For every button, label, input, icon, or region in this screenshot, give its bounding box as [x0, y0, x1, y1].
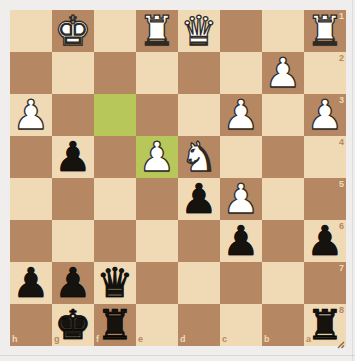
square-h7[interactable]: ♟ — [10, 262, 52, 304]
square-c8[interactable]: c — [220, 304, 262, 346]
file-label-c: c — [222, 335, 227, 344]
square-a2[interactable]: 2 — [304, 52, 346, 94]
square-f1[interactable] — [94, 10, 136, 52]
square-d6[interactable] — [178, 220, 220, 262]
square-f7[interactable]: ♛ — [94, 262, 136, 304]
piece-white-pawn[interactable]: ♟ — [220, 94, 262, 136]
square-c3[interactable]: ♟ — [220, 94, 262, 136]
file-label-b: b — [264, 335, 270, 344]
piece-white-pawn[interactable]: ♟ — [262, 52, 304, 94]
square-d7[interactable] — [178, 262, 220, 304]
square-f5[interactable] — [94, 178, 136, 220]
square-c4[interactable] — [220, 136, 262, 178]
rank-label-2: 2 — [339, 54, 344, 63]
piece-black-pawn[interactable]: ♟ — [52, 136, 94, 178]
rank-label-7: 7 — [339, 264, 344, 273]
square-b1[interactable] — [262, 10, 304, 52]
square-h4[interactable] — [10, 136, 52, 178]
page-background: ♚♜♛♜1♟2♟♟♟3♟♟♞4♟♟5♟♟6♟♟♛7h♚g♜fedcb♜8a — [0, 0, 355, 361]
square-d1[interactable]: ♛ — [178, 10, 220, 52]
square-a4[interactable]: 4 — [304, 136, 346, 178]
resize-handle-icon[interactable] — [335, 335, 345, 345]
square-a3[interactable]: ♟3 — [304, 94, 346, 136]
square-e3[interactable] — [136, 94, 178, 136]
square-g7[interactable]: ♟ — [52, 262, 94, 304]
rank-label-6: 6 — [339, 222, 344, 231]
file-label-f: f — [96, 335, 99, 344]
piece-black-pawn[interactable]: ♟ — [10, 262, 52, 304]
square-a5[interactable]: 5 — [304, 178, 346, 220]
square-e2[interactable] — [136, 52, 178, 94]
square-b3[interactable] — [262, 94, 304, 136]
piece-black-pawn[interactable]: ♟ — [220, 220, 262, 262]
square-h6[interactable] — [10, 220, 52, 262]
square-h3[interactable]: ♟ — [10, 94, 52, 136]
square-f8[interactable]: ♜f — [94, 304, 136, 346]
piece-white-king[interactable]: ♚ — [52, 10, 94, 52]
square-f6[interactable] — [94, 220, 136, 262]
rank-label-8: 8 — [339, 306, 344, 315]
square-c1[interactable] — [220, 10, 262, 52]
square-f4[interactable] — [94, 136, 136, 178]
square-b2[interactable]: ♟ — [262, 52, 304, 94]
square-c2[interactable] — [220, 52, 262, 94]
square-d8[interactable]: d — [178, 304, 220, 346]
piece-white-rook[interactable]: ♜ — [136, 10, 178, 52]
square-h2[interactable] — [10, 52, 52, 94]
square-b5[interactable] — [262, 178, 304, 220]
square-a7[interactable]: 7 — [304, 262, 346, 304]
square-f2[interactable] — [94, 52, 136, 94]
file-label-g: g — [54, 335, 60, 344]
square-g1[interactable]: ♚ — [52, 10, 94, 52]
piece-white-queen[interactable]: ♛ — [178, 10, 220, 52]
square-f3[interactable] — [94, 94, 136, 136]
chess-board: ♚♜♛♜1♟2♟♟♟3♟♟♞4♟♟5♟♟6♟♟♛7h♚g♜fedcb♜8a — [10, 10, 346, 346]
square-h8[interactable]: h — [10, 304, 52, 346]
file-label-d: d — [180, 335, 186, 344]
square-b4[interactable] — [262, 136, 304, 178]
piece-black-pawn[interactable]: ♟ — [178, 178, 220, 220]
square-c5[interactable]: ♟ — [220, 178, 262, 220]
square-d2[interactable] — [178, 52, 220, 94]
piece-white-pawn[interactable]: ♟ — [136, 136, 178, 178]
file-label-h: h — [12, 335, 18, 344]
square-e5[interactable] — [136, 178, 178, 220]
square-g8[interactable]: ♚g — [52, 304, 94, 346]
square-e1[interactable]: ♜ — [136, 10, 178, 52]
piece-black-rook[interactable]: ♜ — [94, 304, 136, 346]
rank-label-1: 1 — [339, 12, 344, 21]
square-e4[interactable]: ♟ — [136, 136, 178, 178]
square-e6[interactable] — [136, 220, 178, 262]
square-h1[interactable] — [10, 10, 52, 52]
square-a1[interactable]: ♜1 — [304, 10, 346, 52]
piece-white-knight[interactable]: ♞ — [178, 136, 220, 178]
square-b7[interactable] — [262, 262, 304, 304]
square-g2[interactable] — [52, 52, 94, 94]
square-a8[interactable]: ♜8a — [304, 304, 346, 346]
piece-black-pawn[interactable]: ♟ — [52, 262, 94, 304]
square-b8[interactable]: b — [262, 304, 304, 346]
square-g3[interactable] — [52, 94, 94, 136]
square-d3[interactable] — [178, 94, 220, 136]
rank-label-3: 3 — [339, 96, 344, 105]
square-g6[interactable] — [52, 220, 94, 262]
square-a6[interactable]: ♟6 — [304, 220, 346, 262]
file-label-a: a — [306, 335, 311, 344]
piece-white-pawn[interactable]: ♟ — [220, 178, 262, 220]
square-g4[interactable]: ♟ — [52, 136, 94, 178]
square-c6[interactable]: ♟ — [220, 220, 262, 262]
square-c7[interactable] — [220, 262, 262, 304]
square-b6[interactable] — [262, 220, 304, 262]
rank-label-5: 5 — [339, 180, 344, 189]
piece-black-queen[interactable]: ♛ — [94, 262, 136, 304]
file-label-e: e — [138, 335, 143, 344]
square-d4[interactable]: ♞ — [178, 136, 220, 178]
piece-white-pawn[interactable]: ♟ — [10, 94, 52, 136]
square-g5[interactable] — [52, 178, 94, 220]
square-d5[interactable]: ♟ — [178, 178, 220, 220]
square-e8[interactable]: e — [136, 304, 178, 346]
square-h5[interactable] — [10, 178, 52, 220]
rank-label-4: 4 — [339, 138, 344, 147]
square-e7[interactable] — [136, 262, 178, 304]
